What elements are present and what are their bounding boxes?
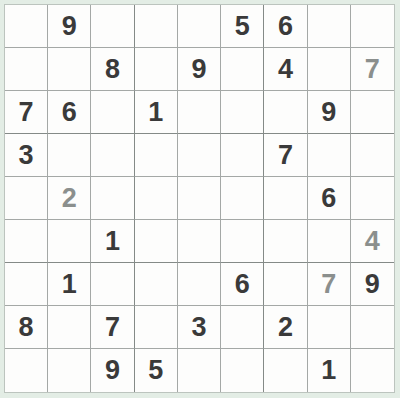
cell-r7c5[interactable] [178, 263, 221, 306]
cell-r2c5[interactable]: 9 [178, 48, 221, 91]
cell-r2c8[interactable] [308, 48, 351, 91]
cell-r3c6[interactable] [221, 91, 264, 134]
cell-r1c9[interactable] [351, 5, 394, 48]
cell-r1c4[interactable] [135, 5, 178, 48]
cell-r4c3[interactable] [91, 134, 134, 177]
cell-r5c1[interactable] [5, 177, 48, 220]
cell-r4c6[interactable] [221, 134, 264, 177]
cell-r4c1[interactable]: 3 [5, 134, 48, 177]
cell-r9c7[interactable] [264, 349, 307, 392]
cell-r7c1[interactable] [5, 263, 48, 306]
cell-r5c4[interactable] [135, 177, 178, 220]
cell-r7c6[interactable]: 6 [221, 263, 264, 306]
cell-r9c6[interactable] [221, 349, 264, 392]
cell-r8c8[interactable] [308, 306, 351, 349]
cell-r8c4[interactable] [135, 306, 178, 349]
cell-r9c4[interactable]: 5 [135, 349, 178, 392]
cell-r2c9[interactable]: 7 [351, 48, 394, 91]
cell-r1c5[interactable] [178, 5, 221, 48]
cell-r7c8[interactable]: 7 [308, 263, 351, 306]
cell-r8c1[interactable]: 8 [5, 306, 48, 349]
cell-r3c3[interactable] [91, 91, 134, 134]
cell-r6c9[interactable]: 4 [351, 220, 394, 263]
cell-r4c4[interactable] [135, 134, 178, 177]
cell-r4c8[interactable] [308, 134, 351, 177]
cell-r2c6[interactable] [221, 48, 264, 91]
sudoku-board: 9568947761937261416798732951 [4, 4, 395, 393]
cell-r6c5[interactable] [178, 220, 221, 263]
cell-r5c5[interactable] [178, 177, 221, 220]
cell-r7c9[interactable]: 9 [351, 263, 394, 306]
cell-r9c2[interactable] [48, 349, 91, 392]
cell-r8c9[interactable] [351, 306, 394, 349]
cell-r6c8[interactable] [308, 220, 351, 263]
cell-r1c2[interactable]: 9 [48, 5, 91, 48]
cell-r2c2[interactable] [48, 48, 91, 91]
cell-r5c3[interactable] [91, 177, 134, 220]
cell-r6c3[interactable]: 1 [91, 220, 134, 263]
cell-r9c9[interactable] [351, 349, 394, 392]
cell-r4c9[interactable] [351, 134, 394, 177]
cell-r1c7[interactable]: 6 [264, 5, 307, 48]
cell-r6c4[interactable] [135, 220, 178, 263]
cell-r3c8[interactable]: 9 [308, 91, 351, 134]
cell-r6c7[interactable] [264, 220, 307, 263]
cell-r8c3[interactable]: 7 [91, 306, 134, 349]
cell-r7c4[interactable] [135, 263, 178, 306]
cell-r7c7[interactable] [264, 263, 307, 306]
cell-r7c2[interactable]: 1 [48, 263, 91, 306]
cell-r3c9[interactable] [351, 91, 394, 134]
cell-r6c2[interactable] [48, 220, 91, 263]
cell-r8c7[interactable]: 2 [264, 306, 307, 349]
cell-r1c1[interactable] [5, 5, 48, 48]
cell-r6c1[interactable] [5, 220, 48, 263]
cell-r9c1[interactable] [5, 349, 48, 392]
cell-r3c4[interactable]: 1 [135, 91, 178, 134]
cell-r3c1[interactable]: 7 [5, 91, 48, 134]
cell-r9c5[interactable] [178, 349, 221, 392]
cell-r3c2[interactable]: 6 [48, 91, 91, 134]
cell-r8c2[interactable] [48, 306, 91, 349]
cell-r2c4[interactable] [135, 48, 178, 91]
cell-r2c1[interactable] [5, 48, 48, 91]
cell-r5c8[interactable]: 6 [308, 177, 351, 220]
cell-r8c6[interactable] [221, 306, 264, 349]
cell-r3c5[interactable] [178, 91, 221, 134]
cell-r5c6[interactable] [221, 177, 264, 220]
cell-r5c9[interactable] [351, 177, 394, 220]
cell-r8c5[interactable]: 3 [178, 306, 221, 349]
puzzle-frame: 9568947761937261416798732951 [0, 0, 400, 398]
cell-r3c7[interactable] [264, 91, 307, 134]
cell-r9c8[interactable]: 1 [308, 349, 351, 392]
cell-r2c3[interactable]: 8 [91, 48, 134, 91]
cell-r5c2[interactable]: 2 [48, 177, 91, 220]
cell-r2c7[interactable]: 4 [264, 48, 307, 91]
cell-r4c7[interactable]: 7 [264, 134, 307, 177]
cell-r1c6[interactable]: 5 [221, 5, 264, 48]
cell-r5c7[interactable] [264, 177, 307, 220]
cell-r4c2[interactable] [48, 134, 91, 177]
cell-r7c3[interactable] [91, 263, 134, 306]
cell-r1c8[interactable] [308, 5, 351, 48]
cell-r9c3[interactable]: 9 [91, 349, 134, 392]
cell-r1c3[interactable] [91, 5, 134, 48]
cell-r4c5[interactable] [178, 134, 221, 177]
cell-r6c6[interactable] [221, 220, 264, 263]
